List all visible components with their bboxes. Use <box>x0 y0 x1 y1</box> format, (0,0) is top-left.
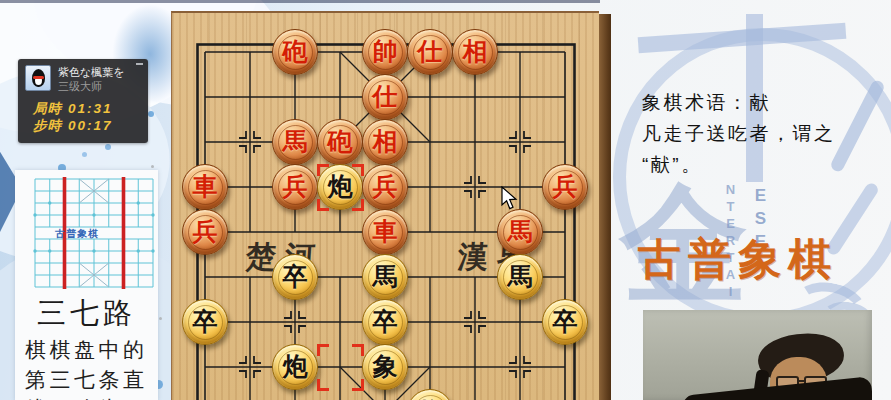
webcam-video <box>643 310 872 400</box>
piece-red-兵[interactable]: 兵 <box>272 164 318 210</box>
piece-red-馬[interactable]: 馬 <box>272 119 318 165</box>
piece-red-兵[interactable]: 兵 <box>182 209 228 255</box>
decor-dot <box>82 152 87 157</box>
brand-title: 古普象棋 <box>638 231 838 289</box>
move-timer: 步時00:17 <box>33 117 142 134</box>
piece-red-兵[interactable]: 兵 <box>542 164 588 210</box>
decor-dot <box>159 317 162 320</box>
piece-black-象[interactable]: 象 <box>362 344 408 390</box>
piece-black-将[interactable]: 将 <box>407 389 453 400</box>
piece-black-卒[interactable]: 卒 <box>542 299 588 345</box>
game-screen: 金 ESE NTERTAI 楚河 漢界 砲帥仕相仕馬砲相車兵炮兵兵兵車馬卒馬馬卒… <box>0 0 891 400</box>
decor-dot <box>151 165 154 168</box>
piece-black-炮[interactable]: 炮 <box>272 344 318 390</box>
piece-red-砲[interactable]: 砲 <box>272 29 318 75</box>
piece-red-車[interactable]: 車 <box>362 209 408 255</box>
qq-avatar[interactable] <box>25 65 51 91</box>
piece-red-仕[interactable]: 仕 <box>407 29 453 75</box>
term-line: 凡走子送吃者，谓之 <box>642 118 888 149</box>
board-side-edge <box>599 14 611 400</box>
piece-black-卒[interactable]: 卒 <box>272 254 318 300</box>
lesson-card: 古普象棋 三七路 棋棋盘中的 第三七条直 线，称为三 <box>15 170 158 400</box>
decor-dot <box>148 111 154 117</box>
decor-dot <box>105 144 111 150</box>
mouse-cursor <box>501 186 519 212</box>
top-edge-strip <box>0 0 600 3</box>
player-rank: 三级大师 <box>58 79 125 93</box>
piece-red-仕[interactable]: 仕 <box>362 74 408 120</box>
term-title: 象棋术语：献 <box>642 87 888 118</box>
piece-black-卒[interactable]: 卒 <box>362 299 408 345</box>
piece-black-馬[interactable]: 馬 <box>497 254 543 300</box>
term-line: “献”。 <box>642 149 888 180</box>
piece-black-馬[interactable]: 馬 <box>362 254 408 300</box>
player-panel: 紫色な楓葉を 三级大师 局時01:31 步時00:17 <box>18 59 148 143</box>
move-to-marker <box>317 164 364 211</box>
piece-red-兵[interactable]: 兵 <box>362 164 408 210</box>
lesson-description: 棋棋盘中的 第三七条直 线，称为三 <box>25 336 155 400</box>
piece-red-相[interactable]: 相 <box>452 29 498 75</box>
piece-red-馬[interactable]: 馬 <box>497 209 543 255</box>
piece-black-卒[interactable]: 卒 <box>182 299 228 345</box>
piece-red-相[interactable]: 相 <box>362 119 408 165</box>
piece-red-砲[interactable]: 砲 <box>317 119 363 165</box>
lesson-title: 三七路 <box>15 294 158 334</box>
player-name: 紫色な楓葉を <box>58 65 125 79</box>
move-from-marker <box>317 344 364 391</box>
piece-red-帥[interactable]: 帥 <box>362 29 408 75</box>
game-timer: 局時01:31 <box>33 100 142 117</box>
piece-red-車[interactable]: 車 <box>182 164 228 210</box>
panel-corner-mark <box>136 63 143 65</box>
mini-board-caption: 古普象棋 <box>55 227 135 241</box>
term-explanation: 象棋术语：献 凡走子送吃者，谓之 “献”。 <box>642 87 888 180</box>
